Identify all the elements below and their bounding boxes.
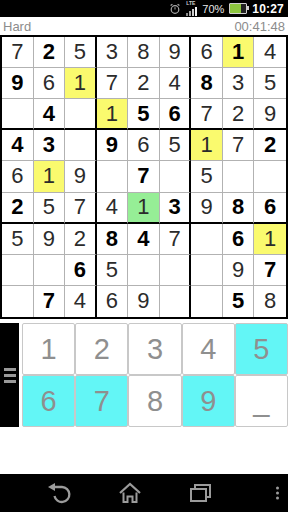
sudoku-cell-r3c1[interactable]	[2, 99, 34, 130]
sudoku-cell-r5c3[interactable]: 9	[65, 161, 97, 192]
keypad-button-2[interactable]: 2	[75, 323, 128, 375]
sudoku-cell-r2c9[interactable]: 5	[254, 68, 286, 99]
sudoku-cell-r8c1[interactable]	[2, 255, 34, 286]
sudoku-cell-r8c2[interactable]	[34, 255, 66, 286]
sudoku-cell-r7c7[interactable]	[191, 224, 223, 255]
menu-drawer-handle[interactable]	[0, 323, 19, 427]
sudoku-cell-r1c4[interactable]: 3	[97, 37, 129, 68]
sudoku-cell-r9c8[interactable]: 5	[223, 286, 255, 317]
sudoku-cell-r7c3[interactable]: 2	[65, 224, 97, 255]
sudoku-cell-r4c2[interactable]: 3	[34, 130, 66, 161]
sudoku-board: 7253896149617248354156729439651726197525…	[0, 35, 288, 319]
sudoku-cell-r8c8[interactable]: 9	[223, 255, 255, 286]
sudoku-cell-r5c2[interactable]: 1	[34, 161, 66, 192]
menu-overflow-button[interactable]	[276, 487, 279, 500]
signal-bars-icon	[186, 7, 197, 16]
sudoku-cell-r2c6[interactable]: 4	[160, 68, 192, 99]
sudoku-cell-r4c6[interactable]: 5	[160, 130, 192, 161]
hamburger-icon	[4, 374, 16, 377]
sudoku-cell-r5c1[interactable]: 6	[2, 161, 34, 192]
keypad-button-8[interactable]: 8	[128, 375, 181, 427]
sudoku-cell-r7c5[interactable]: 4	[128, 224, 160, 255]
sudoku-cell-r9c5[interactable]: 9	[128, 286, 160, 317]
network-type-label: LTE	[186, 1, 195, 6]
sudoku-cell-r3c2[interactable]: 4	[34, 99, 66, 130]
sudoku-cell-r5c4[interactable]	[97, 161, 129, 192]
sudoku-cell-r7c6[interactable]: 7	[160, 224, 192, 255]
game-header: Hard 00:41:48	[0, 17, 288, 35]
keypad-button-3[interactable]: 3	[128, 323, 181, 375]
timer-label: 00:41:48	[234, 19, 285, 34]
sudoku-cell-r3c4[interactable]: 1	[97, 99, 129, 130]
sudoku-cell-r8c3[interactable]: 6	[65, 255, 97, 286]
sudoku-cell-r4c1[interactable]: 4	[2, 130, 34, 161]
keypad-button-4[interactable]: 4	[182, 323, 235, 375]
sudoku-cell-r7c9[interactable]: 1	[254, 224, 286, 255]
sudoku-cell-r3c8[interactable]: 2	[223, 99, 255, 130]
sudoku-cell-r2c1[interactable]: 9	[2, 68, 34, 99]
sudoku-cell-r6c1[interactable]: 2	[2, 193, 34, 224]
sudoku-cell-r5c6[interactable]	[160, 161, 192, 192]
status-bar: LTE 70% 10:27	[0, 0, 288, 17]
sudoku-cell-r9c4[interactable]: 6	[97, 286, 129, 317]
sudoku-cell-r1c9[interactable]: 4	[254, 37, 286, 68]
sudoku-cell-r4c7[interactable]: 1	[191, 130, 223, 161]
android-nav-bar	[0, 474, 288, 512]
sudoku-cell-r1c5[interactable]: 8	[128, 37, 160, 68]
sudoku-cell-r8c5[interactable]	[128, 255, 160, 286]
hamburger-icon	[4, 368, 16, 371]
home-button[interactable]	[117, 481, 143, 505]
sudoku-cell-r7c1[interactable]: 5	[2, 224, 34, 255]
number-keypad: 123456789_	[22, 323, 288, 427]
sudoku-cell-r3c5[interactable]: 5	[128, 99, 160, 130]
bottom-spacer	[0, 427, 288, 474]
sudoku-cell-r1c1[interactable]: 7	[2, 37, 34, 68]
sudoku-cell-r6c2[interactable]: 5	[34, 193, 66, 224]
sudoku-cell-r2c8[interactable]: 3	[223, 68, 255, 99]
keypad-button-1[interactable]: 1	[22, 323, 75, 375]
keypad-button-9[interactable]: 9	[182, 375, 235, 427]
sudoku-cell-r9c2[interactable]: 7	[34, 286, 66, 317]
sudoku-cell-r2c4[interactable]: 7	[97, 68, 129, 99]
clock-label: 10:27	[252, 2, 284, 16]
sudoku-cell-r1c6[interactable]: 9	[160, 37, 192, 68]
sudoku-cell-r8c6[interactable]	[160, 255, 192, 286]
sudoku-cell-r5c9[interactable]	[254, 161, 286, 192]
sudoku-cell-r9c6[interactable]	[160, 286, 192, 317]
sudoku-cell-r5c5[interactable]: 7	[128, 161, 160, 192]
sudoku-cell-r9c7[interactable]	[191, 286, 223, 317]
hamburger-icon	[4, 380, 16, 383]
sudoku-cell-r6c9[interactable]: 6	[254, 193, 286, 224]
sudoku-cell-r1c7[interactable]: 6	[191, 37, 223, 68]
sudoku-cell-r2c7[interactable]: 8	[191, 68, 223, 99]
sudoku-cell-r3c6[interactable]: 6	[160, 99, 192, 130]
sudoku-cell-r4c5[interactable]: 6	[128, 130, 160, 161]
sudoku-cell-r7c2[interactable]: 9	[34, 224, 66, 255]
sudoku-cell-r9c9[interactable]: 8	[254, 286, 286, 317]
sudoku-cell-r3c3[interactable]	[65, 99, 97, 130]
sudoku-cell-r3c9[interactable]: 9	[254, 99, 286, 130]
sudoku-cell-r4c8[interactable]: 7	[223, 130, 255, 161]
battery-percent-label: 70%	[202, 3, 224, 15]
sudoku-cell-r6c4[interactable]: 4	[97, 193, 129, 224]
difficulty-label: Hard	[3, 19, 31, 34]
sudoku-cell-r3c7[interactable]: 7	[191, 99, 223, 130]
sudoku-cell-r1c8[interactable]: 1	[223, 37, 255, 68]
sudoku-cell-r8c9[interactable]: 7	[254, 255, 286, 286]
sudoku-cell-r8c7[interactable]	[191, 255, 223, 286]
sudoku-cell-r8c4[interactable]: 5	[97, 255, 129, 286]
sudoku-cell-r6c5[interactable]: 1	[128, 193, 160, 224]
sudoku-cell-r7c8[interactable]: 6	[223, 224, 255, 255]
sudoku-cell-r5c7[interactable]: 5	[191, 161, 223, 192]
sudoku-cell-r6c8[interactable]: 8	[223, 193, 255, 224]
sudoku-cell-r4c9[interactable]: 2	[254, 130, 286, 161]
sudoku-cell-r6c3[interactable]: 7	[65, 193, 97, 224]
sudoku-cell-r9c3[interactable]: 4	[65, 286, 97, 317]
alarm-icon	[169, 3, 181, 15]
sudoku-cell-r4c4[interactable]: 9	[97, 130, 129, 161]
sudoku-cell-r2c2[interactable]: 6	[34, 68, 66, 99]
keypad-button-erase[interactable]: _	[235, 375, 288, 427]
keypad-button-6[interactable]: 6	[22, 375, 75, 427]
sudoku-cell-r5c8[interactable]	[223, 161, 255, 192]
battery-icon	[229, 3, 247, 14]
keypad-button-7[interactable]: 7	[75, 375, 128, 427]
sudoku-cell-r2c5[interactable]: 2	[128, 68, 160, 99]
recent-apps-button[interactable]	[187, 481, 213, 505]
sudoku-cell-r1c3[interactable]: 5	[65, 37, 97, 68]
signal-icon: LTE	[186, 1, 197, 16]
sudoku-cell-r6c6[interactable]: 3	[160, 193, 192, 224]
sudoku-cell-r7c4[interactable]: 8	[97, 224, 129, 255]
sudoku-cell-r6c7[interactable]: 9	[191, 193, 223, 224]
sudoku-cell-r2c3[interactable]: 1	[65, 68, 97, 99]
sudoku-cell-r4c3[interactable]	[65, 130, 97, 161]
keypad-button-5[interactable]: 5	[235, 323, 288, 375]
keypad-area: 123456789_	[0, 323, 288, 427]
sudoku-cell-r9c1[interactable]	[2, 286, 34, 317]
sudoku-cell-r1c2[interactable]: 2	[34, 37, 66, 68]
back-button[interactable]	[45, 481, 72, 505]
